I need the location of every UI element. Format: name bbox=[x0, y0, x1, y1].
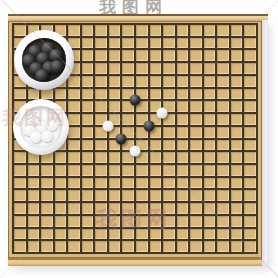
go-board-scene: 我图网 我图网 我图网 bbox=[0, 0, 278, 278]
black-stone[interactable] bbox=[116, 133, 127, 144]
board-right-side bbox=[262, 20, 268, 266]
board-top-bevel bbox=[8, 14, 268, 21]
board-front-edge bbox=[8, 258, 262, 266]
white-stone[interactable] bbox=[102, 120, 113, 131]
black-bowl-stone bbox=[35, 69, 49, 82]
white-stone-bowl-interior bbox=[20, 106, 61, 147]
black-stone-bowl bbox=[14, 30, 74, 90]
white-bowl-stone bbox=[41, 130, 53, 142]
black-stone-bowl-interior bbox=[22, 38, 65, 81]
white-stone-bowl bbox=[13, 99, 69, 155]
black-stone[interactable] bbox=[130, 95, 141, 106]
